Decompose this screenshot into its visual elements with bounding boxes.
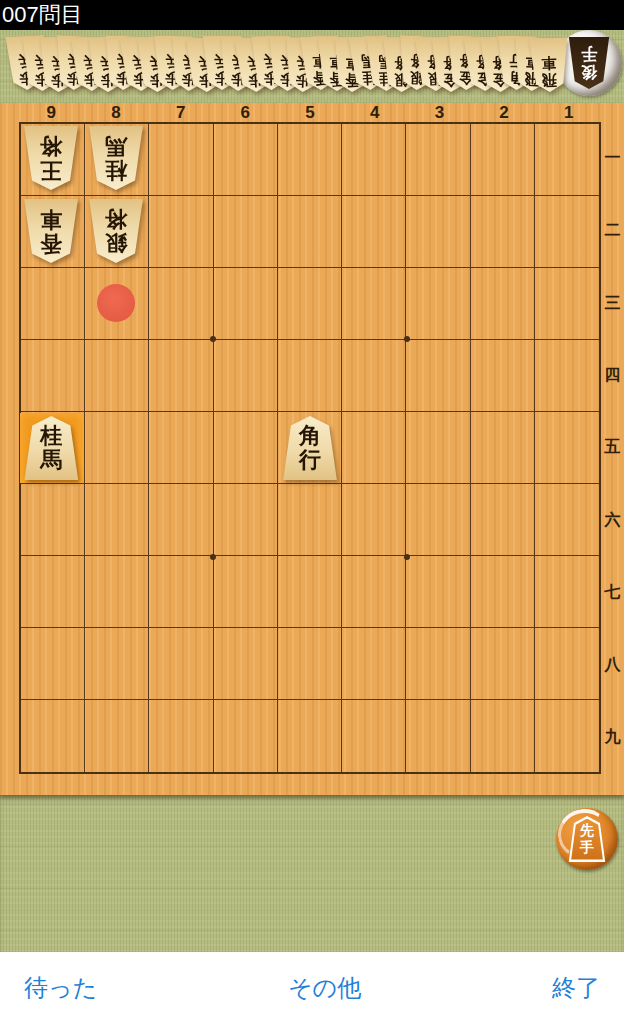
rank-label-8: 八: [601, 629, 624, 701]
problem-title: 007問目: [2, 0, 83, 30]
rank-label-4: 四: [601, 339, 624, 411]
move-hint-red-dot[interactable]: [97, 284, 135, 322]
file-label-3: 3: [407, 103, 472, 122]
undo-button[interactable]: 待った: [24, 972, 97, 1004]
gote-badge-char-1: 後: [581, 63, 597, 82]
file-label-1: 1: [536, 103, 601, 122]
gote-captured-pieces-row: 歩兵歩兵歩兵歩兵歩兵歩兵歩兵歩兵歩兵歩兵歩兵歩兵歩兵歩兵歩兵歩兵歩兵歩兵香車香車…: [0, 36, 624, 96]
file-label-5: 5: [278, 103, 343, 122]
rank-label-3: 三: [601, 267, 624, 339]
sente-hand-area: 先 手: [0, 795, 624, 952]
sente-badge-char-1: 先: [580, 822, 594, 839]
file-label-2: 2: [472, 103, 537, 122]
gote-badge-char-2: 手: [581, 44, 597, 63]
title-bar: 007問目: [0, 0, 624, 30]
file-label-4: 4: [342, 103, 407, 122]
star-point-icon: [210, 554, 216, 560]
star-point-icon: [404, 336, 410, 342]
file-label-8: 8: [84, 103, 149, 122]
file-label-7: 7: [148, 103, 213, 122]
rank-label-6: 六: [601, 484, 624, 556]
file-label-6: 6: [213, 103, 278, 122]
shogi-board: 987654321 一二三四五六七八九 王将桂馬香車銀将桂馬角行: [0, 103, 624, 795]
gote-hand-area: 後 手 歩兵歩兵歩兵歩兵歩兵歩兵歩兵歩兵歩兵歩兵歩兵歩兵歩兵歩兵歩兵歩兵歩兵歩兵…: [0, 30, 624, 103]
quit-button[interactable]: 終了: [552, 972, 600, 1004]
board-overlay: 王将桂馬香車銀将桂馬角行: [19, 122, 601, 774]
gote-badge-piece-icon: 後 手: [568, 37, 610, 89]
other-button[interactable]: その他: [288, 972, 361, 1004]
rank-coordinates: 一二三四五六七八九: [601, 122, 624, 774]
rank-label-7: 七: [601, 557, 624, 629]
rank-label-1: 一: [601, 122, 624, 194]
sente-badge-piece-icon: 先 手: [568, 816, 606, 862]
star-point-icon: [210, 336, 216, 342]
rank-label-9: 九: [601, 702, 624, 774]
rank-label-5: 五: [601, 412, 624, 484]
sente-badge-char-2: 手: [580, 839, 594, 856]
star-point-icon: [404, 554, 410, 560]
file-label-9: 9: [19, 103, 84, 122]
sente-turn-badge: 先 手: [556, 808, 618, 870]
file-coordinates: 987654321: [19, 103, 601, 122]
bottom-toolbar: 待った その他 終了: [0, 952, 624, 1024]
rank-label-2: 二: [601, 194, 624, 266]
shogi-app-screen: 007問目 後 手 歩兵歩兵歩兵歩兵歩兵歩兵歩兵歩兵歩兵歩兵歩兵歩兵歩兵歩兵歩兵…: [0, 0, 624, 1024]
